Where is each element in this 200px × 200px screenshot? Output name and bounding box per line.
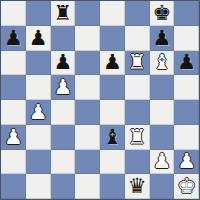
square-d4[interactable] xyxy=(75,100,100,125)
piece-white-pawn[interactable]: ♟ xyxy=(152,151,171,172)
square-g1[interactable] xyxy=(150,174,175,199)
square-f1[interactable]: ♛ xyxy=(125,174,150,199)
piece-white-rook[interactable]: ♜ xyxy=(128,52,147,73)
square-a1[interactable] xyxy=(1,174,26,199)
piece-black-pawn[interactable]: ♟ xyxy=(103,52,122,73)
square-c6[interactable]: ♟ xyxy=(51,51,76,76)
square-f2[interactable] xyxy=(125,150,150,175)
square-e3[interactable]: ♝ xyxy=(100,125,125,150)
piece-black-bishop[interactable]: ♝ xyxy=(103,127,122,148)
square-a6[interactable] xyxy=(1,51,26,76)
chess-board-frame: ♜♚♟♟♟♟♟♜♝♟♟♟♟♝♜♟♟♛♚ xyxy=(0,0,200,200)
square-b6[interactable] xyxy=(26,51,51,76)
square-c3[interactable] xyxy=(51,125,76,150)
square-e4[interactable] xyxy=(100,100,125,125)
square-f7[interactable] xyxy=(125,26,150,51)
square-h7[interactable] xyxy=(174,26,199,51)
square-d1[interactable] xyxy=(75,174,100,199)
square-g5[interactable] xyxy=(150,75,175,100)
square-h5[interactable] xyxy=(174,75,199,100)
square-h4[interactable] xyxy=(174,100,199,125)
square-d6[interactable] xyxy=(75,51,100,76)
piece-white-pawn[interactable]: ♟ xyxy=(29,102,48,123)
square-b8[interactable] xyxy=(26,1,51,26)
square-c8[interactable]: ♜ xyxy=(51,1,76,26)
square-e6[interactable]: ♟ xyxy=(100,51,125,76)
square-g7[interactable]: ♟ xyxy=(150,26,175,51)
piece-white-pawn[interactable]: ♟ xyxy=(53,77,72,98)
piece-black-pawn[interactable]: ♟ xyxy=(152,28,171,49)
square-f5[interactable] xyxy=(125,75,150,100)
square-b7[interactable]: ♟ xyxy=(26,26,51,51)
square-a4[interactable] xyxy=(1,100,26,125)
square-e2[interactable] xyxy=(100,150,125,175)
square-e7[interactable] xyxy=(100,26,125,51)
piece-white-king[interactable]: ♚ xyxy=(177,176,196,197)
square-h1[interactable]: ♚ xyxy=(174,174,199,199)
square-e8[interactable] xyxy=(100,1,125,26)
chess-board: ♜♚♟♟♟♟♟♜♝♟♟♟♟♝♜♟♟♛♚ xyxy=(1,1,199,199)
piece-white-bishop[interactable]: ♝ xyxy=(152,52,171,73)
square-c1[interactable] xyxy=(51,174,76,199)
square-g2[interactable]: ♟ xyxy=(150,150,175,175)
square-g3[interactable] xyxy=(150,125,175,150)
square-e5[interactable] xyxy=(100,75,125,100)
square-b3[interactable] xyxy=(26,125,51,150)
square-d7[interactable] xyxy=(75,26,100,51)
square-d8[interactable] xyxy=(75,1,100,26)
square-a5[interactable] xyxy=(1,75,26,100)
piece-black-pawn[interactable]: ♟ xyxy=(29,28,48,49)
square-c5[interactable]: ♟ xyxy=(51,75,76,100)
piece-black-pawn[interactable]: ♟ xyxy=(53,52,72,73)
piece-black-pawn[interactable]: ♟ xyxy=(4,28,23,49)
piece-black-pawn[interactable]: ♟ xyxy=(177,52,196,73)
square-h2[interactable]: ♟ xyxy=(174,150,199,175)
square-g8[interactable]: ♚ xyxy=(150,1,175,26)
square-f4[interactable] xyxy=(125,100,150,125)
piece-black-queen[interactable]: ♛ xyxy=(128,176,147,197)
square-h3[interactable] xyxy=(174,125,199,150)
square-b5[interactable] xyxy=(26,75,51,100)
square-b1[interactable] xyxy=(26,174,51,199)
square-c7[interactable] xyxy=(51,26,76,51)
piece-white-rook[interactable]: ♜ xyxy=(128,127,147,148)
square-d3[interactable] xyxy=(75,125,100,150)
square-a8[interactable] xyxy=(1,1,26,26)
piece-white-pawn[interactable]: ♟ xyxy=(177,151,196,172)
square-d2[interactable] xyxy=(75,150,100,175)
square-g6[interactable]: ♝ xyxy=(150,51,175,76)
square-f8[interactable] xyxy=(125,1,150,26)
piece-black-king[interactable]: ♚ xyxy=(152,3,171,24)
piece-black-rook[interactable]: ♜ xyxy=(53,3,72,24)
square-e1[interactable] xyxy=(100,174,125,199)
square-c4[interactable] xyxy=(51,100,76,125)
square-h6[interactable]: ♟ xyxy=(174,51,199,76)
square-g4[interactable] xyxy=(150,100,175,125)
square-h8[interactable] xyxy=(174,1,199,26)
square-d5[interactable] xyxy=(75,75,100,100)
square-a3[interactable]: ♟ xyxy=(1,125,26,150)
piece-white-pawn[interactable]: ♟ xyxy=(4,127,23,148)
square-b4[interactable]: ♟ xyxy=(26,100,51,125)
square-f3[interactable]: ♜ xyxy=(125,125,150,150)
square-a7[interactable]: ♟ xyxy=(1,26,26,51)
square-f6[interactable]: ♜ xyxy=(125,51,150,76)
square-c2[interactable] xyxy=(51,150,76,175)
square-a2[interactable] xyxy=(1,150,26,175)
square-b2[interactable] xyxy=(26,150,51,175)
